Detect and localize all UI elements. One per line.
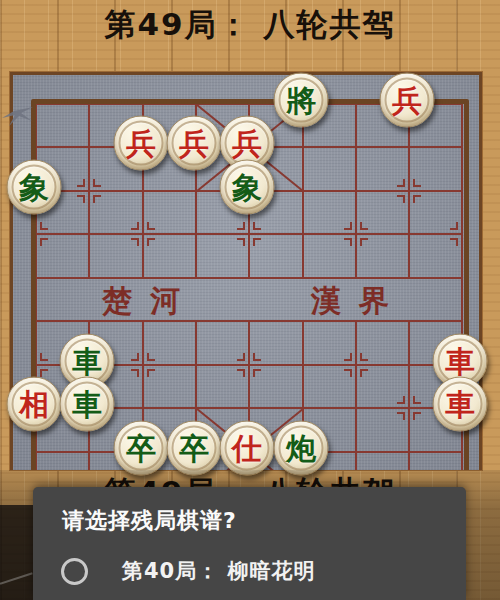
piece-black-soldier[interactable]: 卒 — [114, 421, 169, 476]
position-mark — [131, 222, 139, 230]
position-mark — [413, 396, 421, 404]
piece-glyph: 卒 — [179, 433, 209, 463]
position-mark — [237, 222, 245, 230]
position-mark — [131, 238, 139, 246]
piece-glyph: 相 — [19, 389, 49, 419]
position-mark — [413, 412, 421, 420]
position-mark — [237, 353, 245, 361]
position-mark — [40, 353, 48, 361]
piece-glyph: 兵 — [126, 128, 156, 158]
bird-decoration-icon — [2, 102, 34, 130]
piece-red-soldier[interactable]: 兵 — [167, 116, 222, 171]
piece-black-elephant[interactable]: 象 — [7, 160, 62, 215]
endgame-option-label: 第40局： 柳暗花明 — [122, 557, 316, 585]
position-mark — [147, 369, 155, 377]
position-mark — [131, 353, 139, 361]
position-mark — [360, 353, 368, 361]
piece-glyph: 炮 — [286, 433, 316, 463]
piece-glyph: 車 — [445, 346, 475, 376]
position-mark — [253, 369, 261, 377]
position-mark — [77, 179, 85, 187]
radio-button-unchecked[interactable] — [61, 558, 88, 585]
piece-glyph: 卒 — [126, 433, 156, 463]
piece-red-elephant[interactable]: 相 — [7, 377, 62, 432]
position-mark — [450, 238, 458, 246]
piece-glyph: 兵 — [232, 128, 262, 158]
position-mark — [253, 222, 261, 230]
dialog-title: 请选择残局棋谱? — [62, 506, 237, 536]
position-mark — [147, 222, 155, 230]
position-mark — [450, 222, 458, 230]
piece-glyph: 兵 — [179, 128, 209, 158]
position-mark — [397, 412, 405, 420]
piece-glyph: 兵 — [392, 85, 422, 115]
position-mark — [147, 238, 155, 246]
piece-glyph: 象 — [232, 172, 262, 202]
piece-black-elephant[interactable]: 象 — [220, 160, 275, 215]
piece-glyph: 仕 — [232, 433, 262, 463]
position-mark — [77, 195, 85, 203]
piece-glyph: 車 — [72, 389, 102, 419]
piece-glyph: 象 — [19, 172, 49, 202]
position-mark — [413, 195, 421, 203]
piece-black-soldier[interactable]: 卒 — [167, 421, 222, 476]
position-mark — [360, 369, 368, 377]
position-mark — [397, 179, 405, 187]
position-mark — [253, 238, 261, 246]
position-mark — [413, 179, 421, 187]
position-mark — [253, 353, 261, 361]
piece-black-chariot[interactable]: 車 — [60, 377, 115, 432]
piece-red-chariot[interactable]: 車 — [433, 377, 488, 432]
position-mark — [344, 353, 352, 361]
position-mark — [397, 195, 405, 203]
select-endgame-dialog: 请选择残局棋谱? 第40局： 柳暗花明 — [33, 487, 466, 600]
piece-black-general[interactable]: 將 — [274, 73, 329, 128]
piece-red-soldier[interactable]: 兵 — [114, 116, 169, 171]
position-mark — [40, 369, 48, 377]
position-mark — [93, 195, 101, 203]
position-mark — [344, 222, 352, 230]
position-mark — [131, 369, 139, 377]
river-label-right: 漢界 — [311, 281, 407, 322]
position-mark — [40, 222, 48, 230]
position-mark — [360, 238, 368, 246]
position-mark — [360, 222, 368, 230]
modal-dim-left — [0, 505, 33, 600]
position-mark — [237, 369, 245, 377]
piece-black-cannon[interactable]: 炮 — [274, 421, 329, 476]
piece-red-advisor[interactable]: 仕 — [220, 421, 275, 476]
river-label-left: 楚河 — [102, 281, 198, 322]
piece-glyph: 車 — [445, 389, 475, 419]
piece-glyph: 將 — [286, 85, 316, 115]
endgame-option-row[interactable]: 第40局： 柳暗花明 — [33, 551, 466, 591]
position-mark — [397, 396, 405, 404]
page-title: 第49局： 八轮共驾 — [0, 4, 500, 46]
piece-glyph: 車 — [72, 346, 102, 376]
position-mark — [40, 238, 48, 246]
position-mark — [147, 353, 155, 361]
position-mark — [344, 238, 352, 246]
piece-red-soldier[interactable]: 兵 — [380, 73, 435, 128]
position-mark — [344, 369, 352, 377]
position-mark — [237, 238, 245, 246]
app-screen: 第49局： 八轮共驾 楚河漢界 將兵兵兵兵象象車車相車車卒卒仕炮 第49局： 八… — [0, 0, 500, 600]
position-mark — [93, 179, 101, 187]
